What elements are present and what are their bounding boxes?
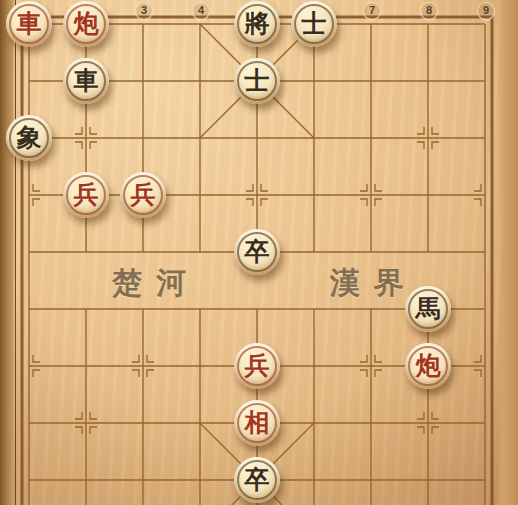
piece-engraved-ring: 炮 bbox=[66, 4, 106, 44]
piece-black-soldier[interactable]: 卒 bbox=[234, 457, 280, 503]
piece-engraved-ring: 炮 bbox=[408, 346, 448, 386]
piece-character: 士 bbox=[302, 11, 327, 36]
piece-character: 士 bbox=[245, 68, 270, 93]
piece-character: 兵 bbox=[245, 353, 270, 378]
piece-engraved-ring: 兵 bbox=[123, 175, 163, 215]
piece-character: 車 bbox=[17, 11, 42, 36]
piece-engraved-ring: 馬 bbox=[408, 289, 448, 329]
board-right-frame bbox=[497, 0, 518, 505]
piece-red-cannon[interactable]: 炮 bbox=[405, 343, 451, 389]
file-number-4: 4 bbox=[192, 2, 210, 20]
piece-red-soldier[interactable]: 兵 bbox=[63, 172, 109, 218]
piece-character: 兵 bbox=[74, 182, 99, 207]
piece-engraved-ring: 士 bbox=[237, 61, 277, 101]
piece-engraved-ring: 兵 bbox=[66, 175, 106, 215]
piece-engraved-ring: 士 bbox=[294, 4, 334, 44]
piece-engraved-ring: 象 bbox=[9, 118, 49, 158]
piece-character: 炮 bbox=[416, 353, 441, 378]
piece-character: 將 bbox=[245, 11, 270, 36]
piece-engraved-ring: 相 bbox=[237, 403, 277, 443]
piece-black-chariot[interactable]: 車 bbox=[63, 58, 109, 104]
piece-red-soldier[interactable]: 兵 bbox=[120, 172, 166, 218]
piece-red-chariot[interactable]: 車 bbox=[6, 1, 52, 47]
piece-engraved-ring: 車 bbox=[66, 61, 106, 101]
file-number-9: 9 bbox=[477, 2, 495, 20]
piece-engraved-ring: 卒 bbox=[237, 232, 277, 272]
piece-character: 炮 bbox=[74, 11, 99, 36]
piece-character: 馬 bbox=[416, 296, 441, 321]
piece-engraved-ring: 將 bbox=[237, 4, 277, 44]
piece-character: 相 bbox=[245, 410, 270, 435]
xiangqi-board: 123456789 楚河 漢界 車炮將士車士象兵兵卒馬兵炮相卒 bbox=[0, 0, 518, 505]
piece-character: 車 bbox=[74, 68, 99, 93]
file-number-3: 3 bbox=[135, 2, 153, 20]
piece-black-advisor[interactable]: 士 bbox=[234, 58, 280, 104]
piece-character: 象 bbox=[17, 125, 42, 150]
piece-black-elephant[interactable]: 象 bbox=[6, 115, 52, 161]
piece-character: 兵 bbox=[131, 182, 156, 207]
piece-character: 卒 bbox=[245, 239, 270, 264]
piece-character: 卒 bbox=[245, 467, 270, 492]
board-left-frame bbox=[0, 0, 16, 505]
piece-black-horse[interactable]: 馬 bbox=[405, 286, 451, 332]
piece-engraved-ring: 卒 bbox=[237, 460, 277, 500]
piece-black-soldier[interactable]: 卒 bbox=[234, 229, 280, 275]
file-number-8: 8 bbox=[420, 2, 438, 20]
piece-black-advisor[interactable]: 士 bbox=[291, 1, 337, 47]
piece-engraved-ring: 兵 bbox=[237, 346, 277, 386]
piece-red-cannon[interactable]: 炮 bbox=[63, 1, 109, 47]
piece-black-general[interactable]: 將 bbox=[234, 1, 280, 47]
file-number-7: 7 bbox=[363, 2, 381, 20]
piece-red-elephant[interactable]: 相 bbox=[234, 400, 280, 446]
piece-engraved-ring: 車 bbox=[9, 4, 49, 44]
piece-red-soldier[interactable]: 兵 bbox=[234, 343, 280, 389]
